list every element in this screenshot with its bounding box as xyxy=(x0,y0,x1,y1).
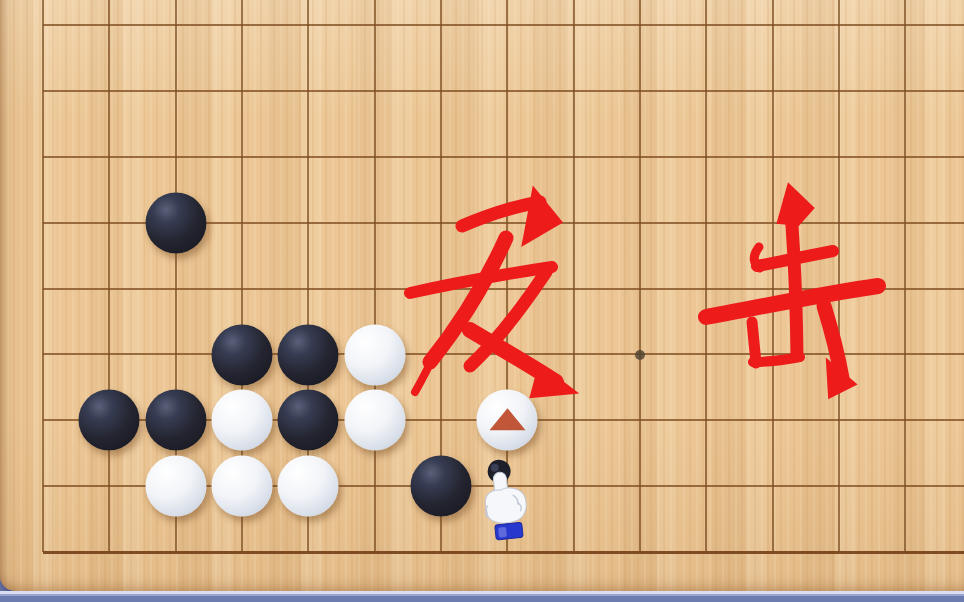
board-intersection[interactable] xyxy=(541,519,607,585)
board-intersection[interactable] xyxy=(740,322,806,388)
board-intersection[interactable] xyxy=(673,58,739,124)
board-intersection[interactable] xyxy=(408,322,474,388)
board-intersection[interactable] xyxy=(939,124,964,190)
board-intersection[interactable] xyxy=(806,58,872,124)
black-stone xyxy=(278,324,339,385)
board-intersection[interactable] xyxy=(76,124,142,190)
board-intersection[interactable] xyxy=(474,322,540,388)
board-intersection[interactable] xyxy=(10,58,76,124)
black-stone xyxy=(212,324,273,385)
board-intersection[interactable] xyxy=(939,58,964,124)
board-intersection[interactable] xyxy=(76,256,142,322)
board-intersection[interactable] xyxy=(740,58,806,124)
board-intersection[interactable] xyxy=(607,519,673,585)
board-intersection[interactable] xyxy=(474,0,540,58)
white-stone xyxy=(212,456,273,517)
board-intersection[interactable] xyxy=(10,387,76,453)
board-intersection[interactable] xyxy=(673,453,739,519)
board-intersection[interactable] xyxy=(76,453,142,519)
board-intersection[interactable] xyxy=(10,322,76,388)
board-intersection[interactable] xyxy=(673,124,739,190)
black-stone xyxy=(145,390,206,451)
board-intersection[interactable] xyxy=(939,519,964,585)
board-intersection[interactable] xyxy=(143,58,209,124)
board-intersection[interactable] xyxy=(740,387,806,453)
board-intersection[interactable] xyxy=(740,256,806,322)
board-intersection[interactable] xyxy=(740,0,806,58)
black-stone xyxy=(145,192,206,253)
black-stone xyxy=(79,390,140,451)
board-intersection[interactable] xyxy=(10,0,76,58)
board-intersection[interactable] xyxy=(806,256,872,322)
board-intersection[interactable] xyxy=(673,519,739,585)
board-intersection[interactable] xyxy=(10,256,76,322)
board-intersection[interactable] xyxy=(76,519,142,585)
board-intersection[interactable] xyxy=(209,519,275,585)
board-intersection[interactable] xyxy=(10,453,76,519)
board-intersection[interactable] xyxy=(209,0,275,58)
white-stone xyxy=(212,390,273,451)
board-intersection[interactable] xyxy=(872,453,938,519)
board-intersection[interactable] xyxy=(143,519,209,585)
board-intersection[interactable] xyxy=(607,58,673,124)
board-intersection[interactable] xyxy=(76,0,142,58)
board-intersection[interactable] xyxy=(939,387,964,453)
screen xyxy=(0,0,964,602)
star-point xyxy=(635,350,645,360)
board-intersection[interactable] xyxy=(806,322,872,388)
board-intersection[interactable] xyxy=(541,256,607,322)
board-intersection[interactable] xyxy=(872,124,938,190)
board-intersection[interactable] xyxy=(275,58,341,124)
board-intersection[interactable] xyxy=(143,322,209,388)
board-intersection[interactable] xyxy=(541,453,607,519)
board-intersection[interactable] xyxy=(209,256,275,322)
white-stone-marked-last-move xyxy=(477,390,538,451)
board-intersection[interactable] xyxy=(541,58,607,124)
board-intersection[interactable] xyxy=(408,124,474,190)
board-intersection[interactable] xyxy=(872,58,938,124)
board-intersection[interactable] xyxy=(342,519,408,585)
board-intersection[interactable] xyxy=(806,190,872,256)
board-intersection[interactable] xyxy=(740,453,806,519)
board-intersection[interactable] xyxy=(607,256,673,322)
board-intersection[interactable] xyxy=(607,0,673,58)
board-intersection[interactable] xyxy=(143,256,209,322)
board-intersection[interactable] xyxy=(474,453,540,519)
board-intersection[interactable] xyxy=(209,124,275,190)
board-intersection[interactable] xyxy=(872,519,938,585)
board-intersection[interactable] xyxy=(872,190,938,256)
board-intersection[interactable] xyxy=(806,0,872,58)
board-intersection[interactable] xyxy=(474,124,540,190)
board-intersection[interactable] xyxy=(275,0,341,58)
board-intersection[interactable] xyxy=(541,124,607,190)
board-intersection[interactable] xyxy=(806,519,872,585)
board-intersection[interactable] xyxy=(607,124,673,190)
board-intersection[interactable] xyxy=(806,387,872,453)
board-intersection[interactable] xyxy=(474,519,540,585)
board-intersection[interactable] xyxy=(872,0,938,58)
black-stone xyxy=(278,390,339,451)
board-intersection[interactable] xyxy=(10,190,76,256)
white-stone xyxy=(344,324,405,385)
board-intersection[interactable] xyxy=(408,190,474,256)
board-intersection[interactable] xyxy=(342,190,408,256)
board-intersection[interactable] xyxy=(275,124,341,190)
board-intersection[interactable] xyxy=(408,0,474,58)
board-intersection[interactable] xyxy=(342,0,408,58)
board-intersection[interactable] xyxy=(872,256,938,322)
board-intersection[interactable] xyxy=(673,256,739,322)
board-intersection[interactable] xyxy=(673,190,739,256)
board-intersection[interactable] xyxy=(143,124,209,190)
board-intersection[interactable] xyxy=(673,322,739,388)
board-intersection[interactable] xyxy=(806,453,872,519)
board-intersection[interactable] xyxy=(740,124,806,190)
board-intersection[interactable] xyxy=(474,58,540,124)
board-intersection[interactable] xyxy=(939,256,964,322)
board-intersection[interactable] xyxy=(408,256,474,322)
board-intersection[interactable] xyxy=(342,453,408,519)
board-intersection[interactable] xyxy=(939,190,964,256)
board-intersection[interactable] xyxy=(541,0,607,58)
board-intersection[interactable] xyxy=(408,519,474,585)
board-intersection[interactable] xyxy=(10,124,76,190)
white-stone xyxy=(278,456,339,517)
board-intersection[interactable] xyxy=(408,387,474,453)
board-intersection[interactable] xyxy=(209,190,275,256)
board-intersection[interactable] xyxy=(10,519,76,585)
white-stone xyxy=(344,390,405,451)
white-stone xyxy=(145,456,206,517)
screen-bottom-strip xyxy=(0,591,964,602)
board-intersection[interactable] xyxy=(541,190,607,256)
board-intersection[interactable] xyxy=(939,322,964,388)
triangle-marker-icon xyxy=(489,408,525,430)
board-intersection[interactable] xyxy=(939,0,964,58)
board-intersection[interactable] xyxy=(342,124,408,190)
board-intersection[interactable] xyxy=(806,124,872,190)
board-intersection[interactable] xyxy=(673,387,739,453)
board-intersection[interactable] xyxy=(76,58,142,124)
board-intersection[interactable] xyxy=(607,453,673,519)
board-intersection[interactable] xyxy=(673,0,739,58)
board-intersection[interactable] xyxy=(872,322,938,388)
board-intersection[interactable] xyxy=(76,190,142,256)
board-intersection[interactable] xyxy=(474,190,540,256)
board-intersection[interactable] xyxy=(342,256,408,322)
board-intersection[interactable] xyxy=(740,519,806,585)
board-intersection[interactable] xyxy=(541,322,607,388)
board-intersection[interactable] xyxy=(342,58,408,124)
board-intersection[interactable] xyxy=(143,0,209,58)
board-intersection[interactable] xyxy=(607,387,673,453)
board-intersection[interactable] xyxy=(474,256,540,322)
board-intersection[interactable] xyxy=(740,190,806,256)
board-intersection[interactable] xyxy=(541,387,607,453)
board-intersection[interactable] xyxy=(275,256,341,322)
board-intersection[interactable] xyxy=(607,190,673,256)
board-intersection[interactable] xyxy=(275,190,341,256)
board-intersection[interactable] xyxy=(872,387,938,453)
black-stone xyxy=(411,456,472,517)
board-intersection[interactable] xyxy=(275,519,341,585)
board-intersection[interactable] xyxy=(408,58,474,124)
board-intersection[interactable] xyxy=(209,58,275,124)
board-intersection[interactable] xyxy=(939,453,964,519)
board-intersection[interactable] xyxy=(76,322,142,388)
